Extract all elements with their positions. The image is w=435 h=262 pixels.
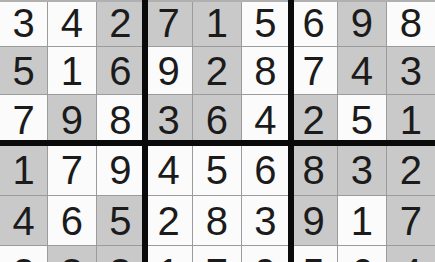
cell-r6c6[interactable]: 9 [242, 246, 290, 262]
cell-r6c1[interactable]: 2 [0, 246, 48, 262]
cell-r6c9[interactable]: 4 [387, 246, 435, 262]
cell-r1c9[interactable]: 8 [387, 0, 435, 47]
cell-r3c2[interactable]: 9 [48, 95, 96, 145]
sudoku-board: 3427156985169287437983642511794568324652… [0, 0, 435, 262]
cell-r2c2[interactable]: 1 [48, 47, 96, 95]
cell-r1c1[interactable]: 3 [0, 0, 48, 47]
cell-r2c4[interactable]: 9 [145, 47, 193, 95]
cell-r4c8[interactable]: 3 [338, 145, 386, 196]
cell-r4c6[interactable]: 6 [242, 145, 290, 196]
cell-r5c4[interactable]: 2 [145, 196, 193, 246]
cell-r2c3[interactable]: 6 [97, 47, 145, 95]
cell-r4c4[interactable]: 4 [145, 145, 193, 196]
cell-r3c9[interactable]: 1 [387, 95, 435, 145]
cell-r3c7[interactable]: 2 [290, 95, 338, 145]
cell-r1c7[interactable]: 6 [290, 0, 338, 47]
cell-r6c7[interactable]: 5 [290, 246, 338, 262]
cell-r4c2[interactable]: 7 [48, 145, 96, 196]
cell-r5c3[interactable]: 5 [97, 196, 145, 246]
cell-r3c1[interactable]: 7 [0, 95, 48, 145]
cell-r3c5[interactable]: 6 [193, 95, 241, 145]
cell-r3c3[interactable]: 8 [97, 95, 145, 145]
cell-r1c6[interactable]: 5 [242, 0, 290, 47]
cell-r6c8[interactable]: 6 [338, 246, 386, 262]
sudoku-screen: 3427156985169287437983642511794568324652… [0, 0, 435, 262]
cell-r5c9[interactable]: 7 [387, 196, 435, 246]
cell-r1c3[interactable]: 2 [97, 0, 145, 47]
cell-r1c4[interactable]: 7 [145, 0, 193, 47]
cell-r2c8[interactable]: 4 [338, 47, 386, 95]
cell-r4c1[interactable]: 1 [0, 145, 48, 196]
cell-r4c5[interactable]: 5 [193, 145, 241, 196]
cell-r3c8[interactable]: 5 [338, 95, 386, 145]
cell-r1c2[interactable]: 4 [48, 0, 96, 47]
cell-r6c4[interactable]: 1 [145, 246, 193, 262]
cell-r1c8[interactable]: 9 [338, 0, 386, 47]
cell-r5c1[interactable]: 4 [0, 196, 48, 246]
cell-r5c5[interactable]: 8 [193, 196, 241, 246]
cell-r5c7[interactable]: 9 [290, 196, 338, 246]
cell-r2c9[interactable]: 3 [387, 47, 435, 95]
cell-r5c6[interactable]: 3 [242, 196, 290, 246]
cell-r6c5[interactable]: 7 [193, 246, 241, 262]
cell-r6c3[interactable]: 3 [97, 246, 145, 262]
cell-r3c6[interactable]: 4 [242, 95, 290, 145]
cell-r4c7[interactable]: 8 [290, 145, 338, 196]
cell-r4c3[interactable]: 9 [97, 145, 145, 196]
cell-r5c8[interactable]: 1 [338, 196, 386, 246]
cell-r6c2[interactable]: 8 [48, 246, 96, 262]
cell-r1c5[interactable]: 1 [193, 0, 241, 47]
cell-r3c4[interactable]: 3 [145, 95, 193, 145]
cell-r2c5[interactable]: 2 [193, 47, 241, 95]
cell-r2c1[interactable]: 5 [0, 47, 48, 95]
cell-r4c9[interactable]: 2 [387, 145, 435, 196]
cell-r2c6[interactable]: 8 [242, 47, 290, 95]
cell-r5c2[interactable]: 6 [48, 196, 96, 246]
cell-r2c7[interactable]: 7 [290, 47, 338, 95]
